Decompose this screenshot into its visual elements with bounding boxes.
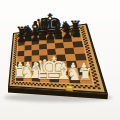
mosaic-cell xyxy=(14,54,15,55)
mosaic-cell xyxy=(76,85,79,87)
piece-black-pawn-h7: ♟ xyxy=(71,26,82,40)
square-b5 xyxy=(24,50,31,56)
mosaic-cell xyxy=(14,52,15,53)
mosaic-cell xyxy=(24,83,26,85)
mosaic-cell xyxy=(83,87,86,89)
mosaic-cell xyxy=(82,28,84,29)
mosaic-cell xyxy=(93,87,96,89)
mosaic-cell xyxy=(18,83,20,84)
mosaic-cell xyxy=(94,74,97,76)
mosaic-cell xyxy=(83,31,85,32)
square-b6 xyxy=(25,45,32,51)
mosaic-cell xyxy=(15,46,16,47)
mosaic-cell xyxy=(90,85,93,87)
mosaic-cell xyxy=(16,82,18,83)
mosaic-cell xyxy=(93,70,96,72)
mosaic-cell xyxy=(14,50,15,51)
square-h6 xyxy=(72,41,83,48)
mosaic-cell xyxy=(85,46,87,47)
mosaic-cell xyxy=(15,83,17,84)
chess-board-scene: ♜♞♝♛♚♝♞♜♟♟♟♟♟♟♟♟♟♟♟♟♟♟♟♟♜♞♝♛♚♝♞♜ xyxy=(0,0,120,120)
mosaic-cell xyxy=(95,77,98,79)
mosaic-cell xyxy=(84,35,86,36)
mosaic-cell xyxy=(95,85,98,87)
mosaic-cell xyxy=(27,84,29,86)
mosaic-cell xyxy=(83,33,85,34)
mosaic-cell xyxy=(15,53,16,54)
brass-latch xyxy=(66,85,73,91)
mosaic-cell xyxy=(80,85,83,87)
mosaic-cell xyxy=(87,54,90,55)
mosaic-cell xyxy=(86,45,88,46)
square-g6 xyxy=(63,42,73,49)
mosaic-cell xyxy=(74,86,77,88)
square-f6 xyxy=(55,43,64,49)
mosaic-cell xyxy=(88,50,91,51)
mosaic-cell xyxy=(87,57,90,58)
mosaic-cell xyxy=(85,40,87,41)
mosaic-cell xyxy=(91,61,94,63)
mosaic-cell xyxy=(83,41,85,42)
mosaic-cell xyxy=(15,55,16,56)
square-e6 xyxy=(47,43,56,49)
mosaic-cell xyxy=(22,82,24,84)
mosaic-cell xyxy=(89,53,92,54)
mosaic-cell xyxy=(88,87,91,89)
mosaic-cell xyxy=(86,42,88,43)
mosaic-cell xyxy=(87,47,89,48)
square-h5 xyxy=(74,47,85,54)
mosaic-cell xyxy=(86,51,88,52)
mosaic-cell xyxy=(85,85,88,87)
piece-white-rook-h1: ♜ xyxy=(78,65,93,84)
mosaic-cell xyxy=(78,86,81,88)
mosaic-cell xyxy=(15,51,16,52)
mosaic-cell xyxy=(14,56,15,57)
mosaic-cell xyxy=(19,82,21,83)
square-a6 xyxy=(18,46,25,52)
mosaic-cell xyxy=(84,44,86,45)
mosaic-cell xyxy=(85,37,87,38)
mosaic-cell xyxy=(82,26,84,27)
mosaic-cell xyxy=(97,84,100,86)
mosaic-cell xyxy=(16,49,17,50)
square-c6 xyxy=(32,44,40,50)
mosaic-cell xyxy=(14,48,15,49)
mosaic-cell xyxy=(21,83,23,85)
mosaic-cell xyxy=(83,39,85,40)
mosaic-cell xyxy=(82,36,84,37)
mosaic-cell xyxy=(90,58,93,60)
chess-set-photo: ♜♞♝♛♚♝♞♜♟♟♟♟♟♟♟♟♟♟♟♟♟♟♟♟♜♞♝♛♚♝♞♜ xyxy=(0,0,120,120)
mosaic-cell xyxy=(16,47,17,48)
mosaic-cell xyxy=(12,83,14,84)
mosaic-cell xyxy=(85,49,87,50)
square-a5 xyxy=(17,51,24,57)
mosaic-cell xyxy=(89,55,92,56)
mosaic-cell xyxy=(96,80,99,82)
mosaic-cell xyxy=(82,34,84,35)
